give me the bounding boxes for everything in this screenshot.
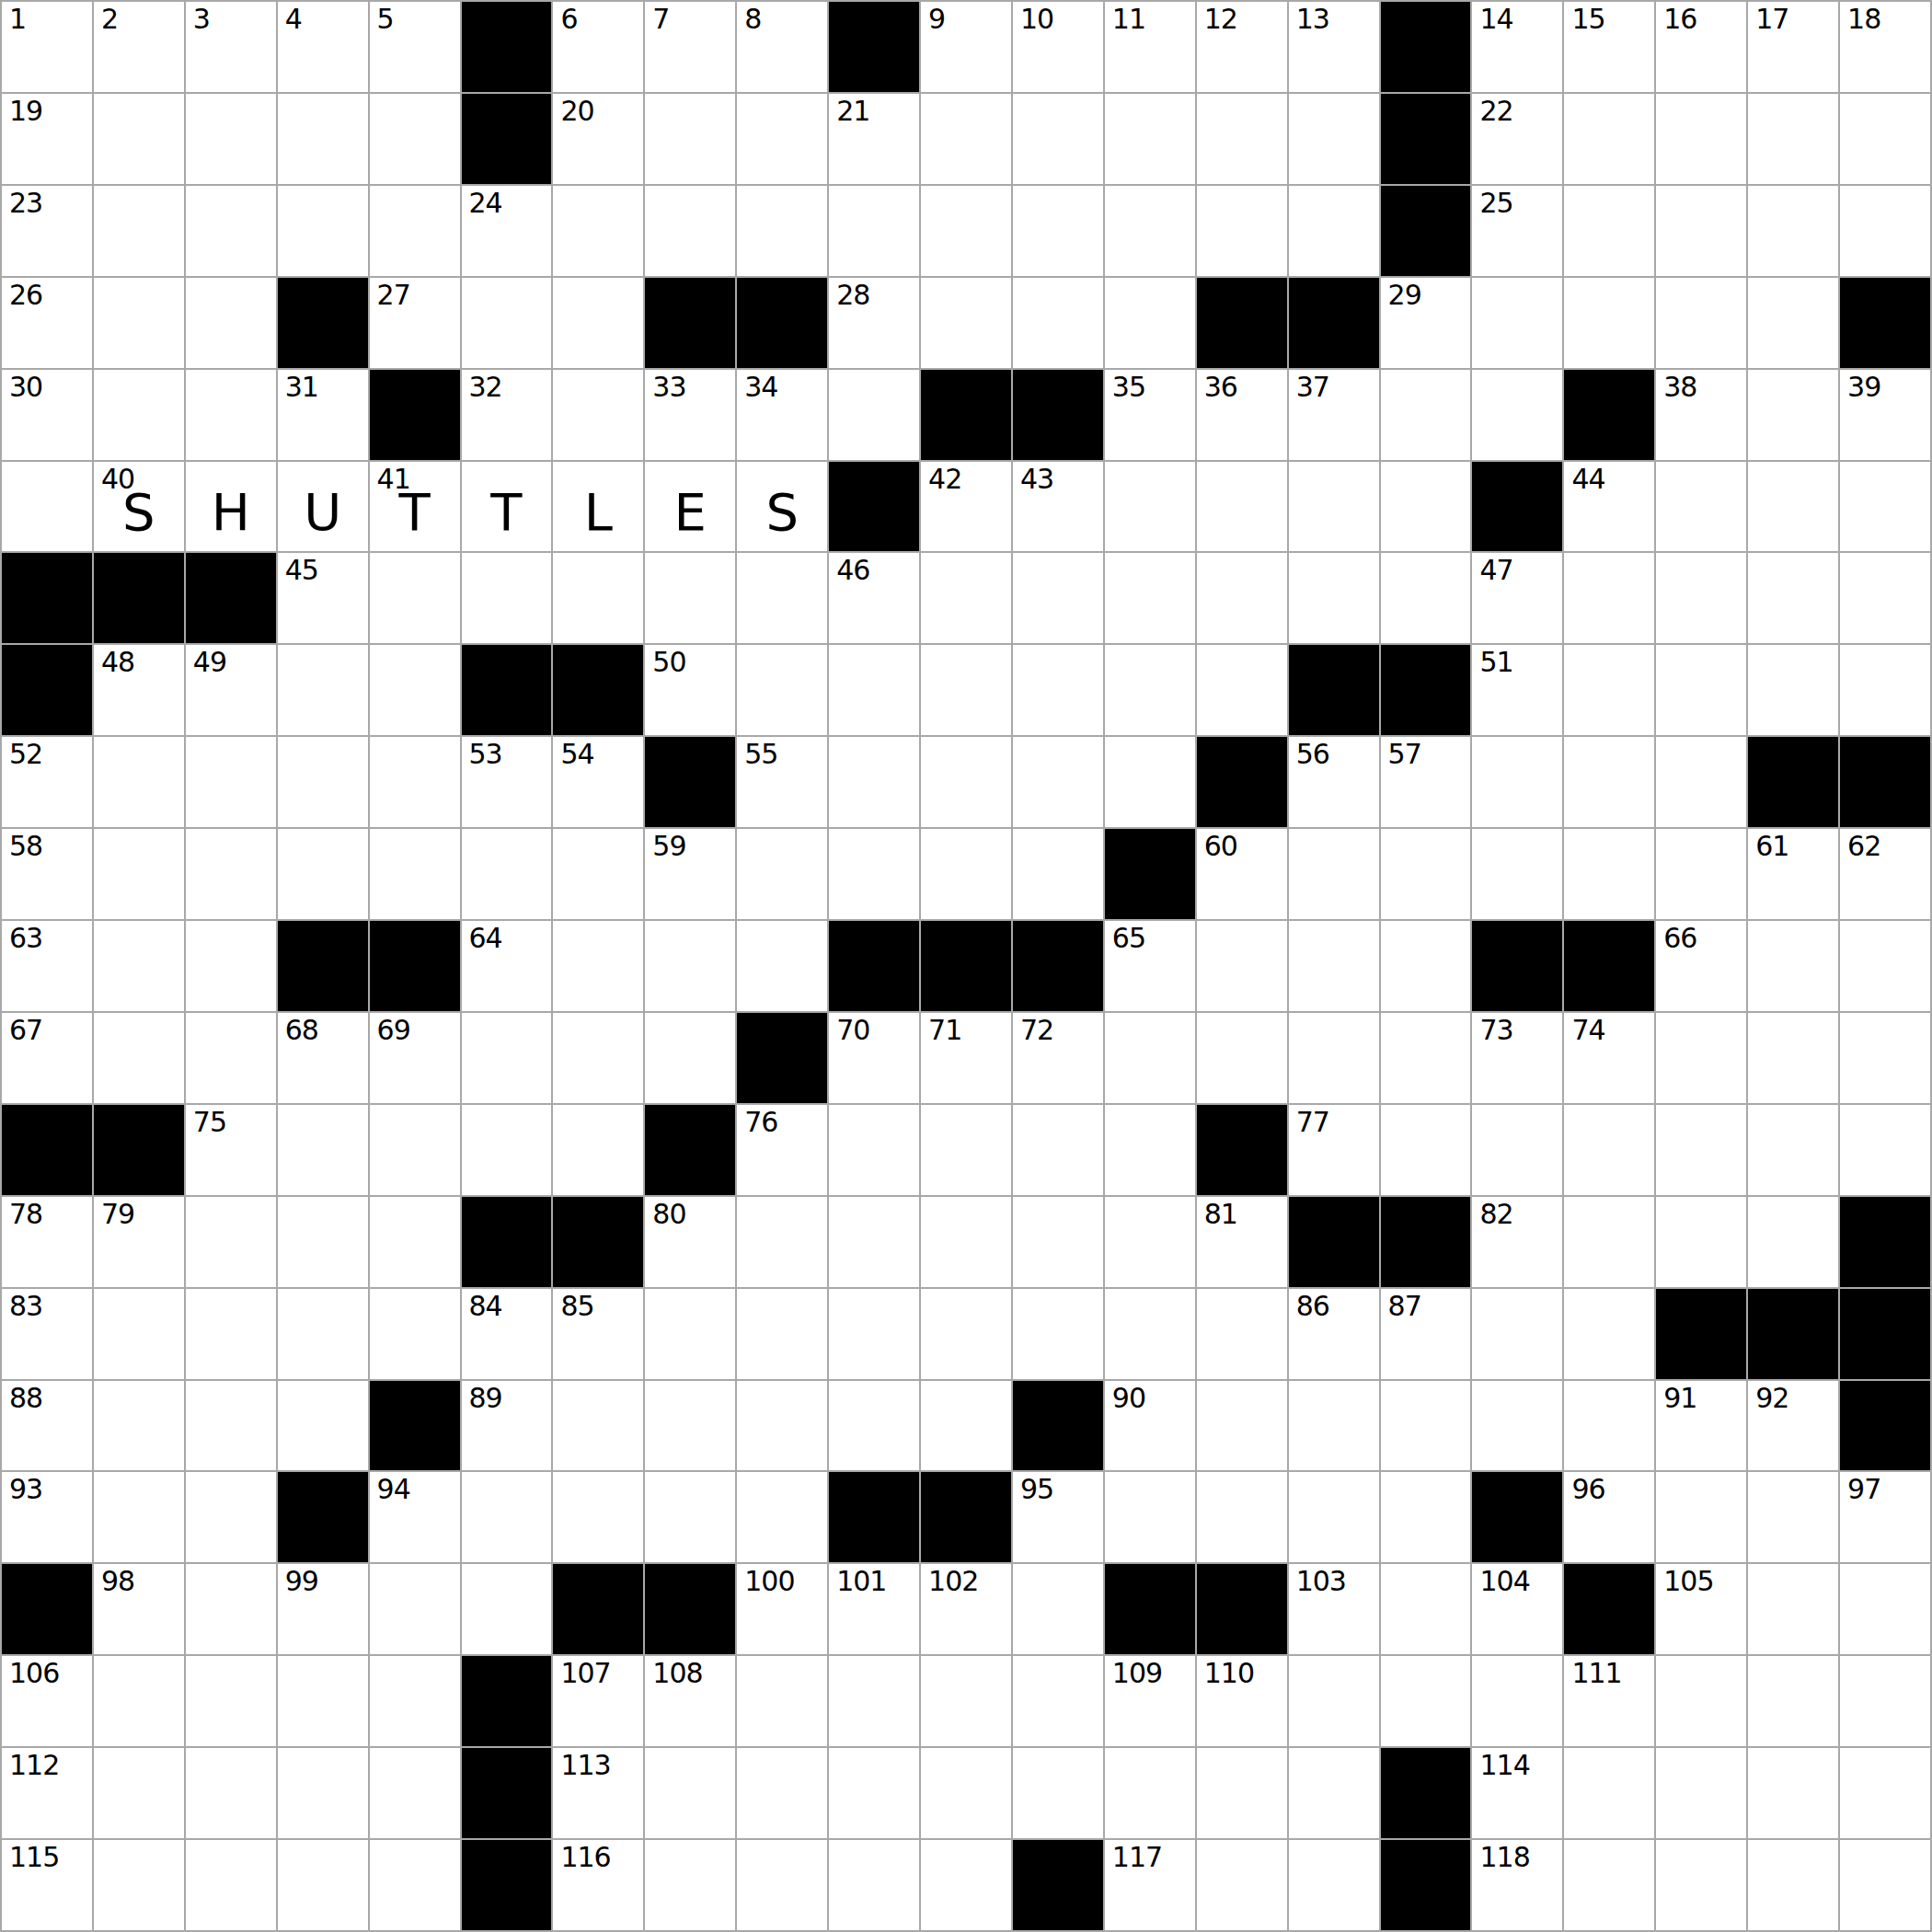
cell-r16c17[interactable]: 96	[1564, 1472, 1654, 1562]
cell-r10c14[interactable]	[1289, 921, 1379, 1011]
cell-r17c10[interactable]: 102	[921, 1564, 1011, 1654]
cell-r5c1[interactable]: 40S	[94, 462, 184, 552]
cell-r5c5[interactable]: T	[462, 462, 552, 552]
cell-r8c5[interactable]: 53	[462, 737, 552, 827]
cell-r5c7[interactable]: E	[645, 462, 735, 552]
cell-r14c7[interactable]	[645, 1289, 735, 1379]
cell-r0c13[interactable]: 12	[1197, 2, 1287, 92]
cell-r15c12[interactable]: 90	[1105, 1381, 1195, 1471]
cell-r19c2[interactable]	[186, 1748, 276, 1838]
cell-r10c7[interactable]	[645, 921, 735, 1011]
cell-r12c17[interactable]	[1564, 1105, 1654, 1195]
cell-r17c4[interactable]	[370, 1564, 460, 1654]
cell-r20c16[interactable]: 118	[1472, 1840, 1562, 1930]
cell-r12c3[interactable]	[278, 1105, 368, 1195]
cell-r19c14[interactable]	[1289, 1748, 1379, 1838]
cell-r0c17[interactable]: 15	[1564, 2, 1654, 92]
cell-r6c6[interactable]	[553, 553, 643, 643]
cell-r15c13[interactable]	[1197, 1381, 1287, 1471]
cell-r9c8[interactable]	[737, 829, 827, 919]
cell-r16c2[interactable]	[186, 1472, 276, 1562]
cell-r18c11[interactable]	[1013, 1656, 1103, 1746]
cell-r4c5[interactable]: 32	[462, 370, 552, 460]
cell-r19c3[interactable]	[278, 1748, 368, 1838]
cell-r13c8[interactable]	[737, 1197, 827, 1287]
cell-r5c6[interactable]: L	[553, 462, 643, 552]
cell-r4c1[interactable]	[94, 370, 184, 460]
cell-r5c4[interactable]: 41T	[370, 462, 460, 552]
cell-r10c2[interactable]	[186, 921, 276, 1011]
cell-r1c2[interactable]	[186, 94, 276, 184]
cell-r10c8[interactable]	[737, 921, 827, 1011]
cell-r2c20[interactable]	[1840, 186, 1930, 276]
cell-r2c13[interactable]	[1197, 186, 1287, 276]
cell-r15c9[interactable]	[829, 1381, 919, 1471]
cell-r2c3[interactable]	[278, 186, 368, 276]
cell-r6c15[interactable]	[1381, 553, 1471, 643]
cell-r20c1[interactable]	[94, 1840, 184, 1930]
cell-r7c10[interactable]	[921, 645, 1011, 735]
cell-r1c11[interactable]	[1013, 94, 1103, 184]
cell-r2c1[interactable]	[94, 186, 184, 276]
cell-r17c8[interactable]: 100	[737, 1564, 827, 1654]
cell-r17c11[interactable]	[1013, 1564, 1103, 1654]
cell-r6c10[interactable]	[921, 553, 1011, 643]
cell-r5c17[interactable]: 44	[1564, 462, 1654, 552]
cell-r3c12[interactable]	[1105, 278, 1195, 368]
cell-r18c8[interactable]	[737, 1656, 827, 1746]
cell-r15c2[interactable]	[186, 1381, 276, 1471]
cell-r4c19[interactable]	[1748, 370, 1838, 460]
cell-r0c10[interactable]: 9	[921, 2, 1011, 92]
cell-r14c3[interactable]	[278, 1289, 368, 1379]
cell-r10c12[interactable]: 65	[1105, 921, 1195, 1011]
cell-r12c6[interactable]	[553, 1105, 643, 1195]
cell-r11c3[interactable]: 68	[278, 1013, 368, 1103]
cell-r3c19[interactable]	[1748, 278, 1838, 368]
cell-r9c6[interactable]	[553, 829, 643, 919]
cell-r19c12[interactable]	[1105, 1748, 1195, 1838]
cell-r6c5[interactable]	[462, 553, 552, 643]
cell-r9c0[interactable]: 58	[2, 829, 92, 919]
cell-r9c11[interactable]	[1013, 829, 1103, 919]
cell-r2c4[interactable]	[370, 186, 460, 276]
cell-r2c18[interactable]	[1656, 186, 1746, 276]
cell-r12c12[interactable]	[1105, 1105, 1195, 1195]
cell-r1c4[interactable]	[370, 94, 460, 184]
cell-r14c8[interactable]	[737, 1289, 827, 1379]
cell-r14c6[interactable]: 85	[553, 1289, 643, 1379]
cell-r15c5[interactable]: 89	[462, 1381, 552, 1471]
cell-r16c12[interactable]	[1105, 1472, 1195, 1562]
cell-r18c10[interactable]	[921, 1656, 1011, 1746]
cell-r1c9[interactable]: 21	[829, 94, 919, 184]
cell-r20c13[interactable]	[1197, 1840, 1287, 1930]
cell-r17c19[interactable]	[1748, 1564, 1838, 1654]
cell-r6c9[interactable]: 46	[829, 553, 919, 643]
cell-r10c13[interactable]	[1197, 921, 1287, 1011]
cell-r6c3[interactable]: 45	[278, 553, 368, 643]
cell-r13c13[interactable]: 81	[1197, 1197, 1287, 1287]
cell-r2c7[interactable]	[645, 186, 735, 276]
cell-r8c18[interactable]	[1656, 737, 1746, 827]
cell-r1c0[interactable]: 19	[2, 94, 92, 184]
cell-r2c11[interactable]	[1013, 186, 1103, 276]
cell-r1c13[interactable]	[1197, 94, 1287, 184]
cell-r9c10[interactable]	[921, 829, 1011, 919]
cell-r7c7[interactable]: 50	[645, 645, 735, 735]
cell-r4c7[interactable]: 33	[645, 370, 735, 460]
cell-r7c2[interactable]: 49	[186, 645, 276, 735]
cell-r3c9[interactable]: 28	[829, 278, 919, 368]
cell-r4c6[interactable]	[553, 370, 643, 460]
cell-r4c0[interactable]: 30	[2, 370, 92, 460]
cell-r11c17[interactable]: 74	[1564, 1013, 1654, 1103]
cell-r0c8[interactable]: 8	[737, 2, 827, 92]
cell-r12c10[interactable]	[921, 1105, 1011, 1195]
cell-r15c14[interactable]	[1289, 1381, 1379, 1471]
cell-r0c7[interactable]: 7	[645, 2, 735, 92]
cell-r0c16[interactable]: 14	[1472, 2, 1562, 92]
cell-r11c12[interactable]	[1105, 1013, 1195, 1103]
cell-r14c16[interactable]	[1472, 1289, 1562, 1379]
cell-r2c10[interactable]	[921, 186, 1011, 276]
cell-r14c0[interactable]: 83	[2, 1289, 92, 1379]
cell-r16c18[interactable]	[1656, 1472, 1746, 1562]
cell-r7c4[interactable]	[370, 645, 460, 735]
cell-r16c15[interactable]	[1381, 1472, 1471, 1562]
cell-r18c9[interactable]	[829, 1656, 919, 1746]
cell-r10c6[interactable]	[553, 921, 643, 1011]
cell-r19c0[interactable]: 112	[2, 1748, 92, 1838]
cell-r12c18[interactable]	[1656, 1105, 1746, 1195]
cell-r10c15[interactable]	[1381, 921, 1471, 1011]
cell-r12c2[interactable]: 75	[186, 1105, 276, 1195]
cell-r9c4[interactable]	[370, 829, 460, 919]
cell-r12c9[interactable]	[829, 1105, 919, 1195]
cell-r1c19[interactable]	[1748, 94, 1838, 184]
cell-r11c10[interactable]: 71	[921, 1013, 1011, 1103]
cell-r2c0[interactable]: 23	[2, 186, 92, 276]
cell-r1c17[interactable]	[1564, 94, 1654, 184]
cell-r14c2[interactable]	[186, 1289, 276, 1379]
cell-r3c0[interactable]: 26	[2, 278, 92, 368]
cell-r3c4[interactable]: 27	[370, 278, 460, 368]
cell-r13c1[interactable]: 79	[94, 1197, 184, 1287]
cell-r9c16[interactable]	[1472, 829, 1562, 919]
cell-r3c10[interactable]	[921, 278, 1011, 368]
cell-r4c8[interactable]: 34	[737, 370, 827, 460]
cell-r5c12[interactable]	[1105, 462, 1195, 552]
cell-r4c18[interactable]: 38	[1656, 370, 1746, 460]
cell-r13c11[interactable]	[1013, 1197, 1103, 1287]
cell-r4c3[interactable]: 31	[278, 370, 368, 460]
cell-r5c11[interactable]: 43	[1013, 462, 1103, 552]
cell-r20c3[interactable]	[278, 1840, 368, 1930]
cell-r9c5[interactable]	[462, 829, 552, 919]
cell-r20c7[interactable]	[645, 1840, 735, 1930]
cell-r9c2[interactable]	[186, 829, 276, 919]
cell-r6c4[interactable]	[370, 553, 460, 643]
cell-r20c0[interactable]: 115	[2, 1840, 92, 1930]
cell-r12c14[interactable]: 77	[1289, 1105, 1379, 1195]
cell-r9c18[interactable]	[1656, 829, 1746, 919]
cell-r16c14[interactable]	[1289, 1472, 1379, 1562]
cell-r12c19[interactable]	[1748, 1105, 1838, 1195]
cell-r12c16[interactable]	[1472, 1105, 1562, 1195]
cell-r18c7[interactable]: 108	[645, 1656, 735, 1746]
cell-r0c19[interactable]: 17	[1748, 2, 1838, 92]
cell-r16c5[interactable]	[462, 1472, 552, 1562]
cell-r17c2[interactable]	[186, 1564, 276, 1654]
cell-r9c13[interactable]: 60	[1197, 829, 1287, 919]
cell-r12c15[interactable]	[1381, 1105, 1471, 1195]
cell-r18c18[interactable]	[1656, 1656, 1746, 1746]
cell-r17c1[interactable]: 98	[94, 1564, 184, 1654]
cell-r6c20[interactable]	[1840, 553, 1930, 643]
cell-r11c5[interactable]	[462, 1013, 552, 1103]
cell-r18c17[interactable]: 111	[1564, 1656, 1654, 1746]
cell-r13c12[interactable]	[1105, 1197, 1195, 1287]
cell-r11c4[interactable]: 69	[370, 1013, 460, 1103]
cell-r15c15[interactable]	[1381, 1381, 1471, 1471]
cell-r8c2[interactable]	[186, 737, 276, 827]
cell-r1c20[interactable]	[1840, 94, 1930, 184]
cell-r0c0[interactable]: 1	[2, 2, 92, 92]
cell-r7c1[interactable]: 48	[94, 645, 184, 735]
cell-r13c16[interactable]: 82	[1472, 1197, 1562, 1287]
cell-r8c6[interactable]: 54	[553, 737, 643, 827]
cell-r5c19[interactable]	[1748, 462, 1838, 552]
cell-r11c11[interactable]: 72	[1013, 1013, 1103, 1103]
cell-r9c14[interactable]	[1289, 829, 1379, 919]
cell-r1c3[interactable]	[278, 94, 368, 184]
cell-r1c14[interactable]	[1289, 94, 1379, 184]
cell-r14c1[interactable]	[94, 1289, 184, 1379]
cell-r6c18[interactable]	[1656, 553, 1746, 643]
cell-r13c3[interactable]	[278, 1197, 368, 1287]
cell-r15c6[interactable]	[553, 1381, 643, 1471]
cell-r3c18[interactable]	[1656, 278, 1746, 368]
cell-r20c19[interactable]	[1748, 1840, 1838, 1930]
cell-r18c20[interactable]	[1840, 1656, 1930, 1746]
cell-r18c15[interactable]	[1381, 1656, 1471, 1746]
cell-r2c14[interactable]	[1289, 186, 1379, 276]
cell-r8c11[interactable]	[1013, 737, 1103, 827]
cell-r16c11[interactable]: 95	[1013, 1472, 1103, 1562]
cell-r7c18[interactable]	[1656, 645, 1746, 735]
cell-r19c7[interactable]	[645, 1748, 735, 1838]
cell-r0c3[interactable]: 4	[278, 2, 368, 92]
cell-r8c4[interactable]	[370, 737, 460, 827]
cell-r18c14[interactable]	[1289, 1656, 1379, 1746]
cell-r16c8[interactable]	[737, 1472, 827, 1562]
cell-r16c19[interactable]	[1748, 1472, 1838, 1562]
cell-r14c15[interactable]: 87	[1381, 1289, 1471, 1379]
cell-r16c4[interactable]: 94	[370, 1472, 460, 1562]
cell-r7c13[interactable]	[1197, 645, 1287, 735]
cell-r18c3[interactable]	[278, 1656, 368, 1746]
cell-r14c14[interactable]: 86	[1289, 1289, 1379, 1379]
cell-r8c8[interactable]: 55	[737, 737, 827, 827]
cell-r5c15[interactable]	[1381, 462, 1471, 552]
cell-r19c8[interactable]	[737, 1748, 827, 1838]
cell-r7c8[interactable]	[737, 645, 827, 735]
cell-r14c4[interactable]	[370, 1289, 460, 1379]
cell-r5c20[interactable]	[1840, 462, 1930, 552]
cell-r9c7[interactable]: 59	[645, 829, 735, 919]
cell-r7c20[interactable]	[1840, 645, 1930, 735]
cell-r11c9[interactable]: 70	[829, 1013, 919, 1103]
cell-r9c15[interactable]	[1381, 829, 1471, 919]
cell-r8c10[interactable]	[921, 737, 1011, 827]
cell-r20c12[interactable]: 117	[1105, 1840, 1195, 1930]
cell-r11c2[interactable]	[186, 1013, 276, 1103]
cell-r15c1[interactable]	[94, 1381, 184, 1471]
cell-r20c17[interactable]	[1564, 1840, 1654, 1930]
cell-r13c2[interactable]	[186, 1197, 276, 1287]
cell-r12c5[interactable]	[462, 1105, 552, 1195]
cell-r19c9[interactable]	[829, 1748, 919, 1838]
cell-r11c14[interactable]	[1289, 1013, 1379, 1103]
cell-r15c18[interactable]: 91	[1656, 1381, 1746, 1471]
cell-r18c16[interactable]	[1472, 1656, 1562, 1746]
cell-r11c15[interactable]	[1381, 1013, 1471, 1103]
cell-r18c6[interactable]: 107	[553, 1656, 643, 1746]
cell-r12c11[interactable]	[1013, 1105, 1103, 1195]
cell-r17c20[interactable]	[1840, 1564, 1930, 1654]
cell-r20c14[interactable]	[1289, 1840, 1379, 1930]
cell-r14c10[interactable]	[921, 1289, 1011, 1379]
cell-r15c7[interactable]	[645, 1381, 735, 1471]
cell-r16c6[interactable]	[553, 1472, 643, 1562]
cell-r7c16[interactable]: 51	[1472, 645, 1562, 735]
cell-r13c9[interactable]	[829, 1197, 919, 1287]
cell-r17c5[interactable]	[462, 1564, 552, 1654]
cell-r2c6[interactable]	[553, 186, 643, 276]
cell-r1c1[interactable]	[94, 94, 184, 184]
cell-r5c13[interactable]	[1197, 462, 1287, 552]
cell-r7c3[interactable]	[278, 645, 368, 735]
cell-r19c1[interactable]	[94, 1748, 184, 1838]
cell-r16c7[interactable]	[645, 1472, 735, 1562]
cell-r19c18[interactable]	[1656, 1748, 1746, 1838]
cell-r18c4[interactable]	[370, 1656, 460, 1746]
cell-r18c1[interactable]	[94, 1656, 184, 1746]
cell-r9c19[interactable]: 61	[1748, 829, 1838, 919]
cell-r5c0[interactable]	[2, 462, 92, 552]
cell-r7c9[interactable]	[829, 645, 919, 735]
cell-r13c19[interactable]	[1748, 1197, 1838, 1287]
cell-r1c8[interactable]	[737, 94, 827, 184]
cell-r6c11[interactable]	[1013, 553, 1103, 643]
cell-r11c7[interactable]	[645, 1013, 735, 1103]
cell-r17c16[interactable]: 104	[1472, 1564, 1562, 1654]
cell-r11c20[interactable]	[1840, 1013, 1930, 1103]
cell-r11c18[interactable]	[1656, 1013, 1746, 1103]
cell-r6c8[interactable]	[737, 553, 827, 643]
cell-r7c17[interactable]	[1564, 645, 1654, 735]
cell-r3c1[interactable]	[94, 278, 184, 368]
cell-r20c20[interactable]	[1840, 1840, 1930, 1930]
cell-r13c17[interactable]	[1564, 1197, 1654, 1287]
cell-r0c12[interactable]: 11	[1105, 2, 1195, 92]
cell-r17c18[interactable]: 105	[1656, 1564, 1746, 1654]
cell-r8c14[interactable]: 56	[1289, 737, 1379, 827]
cell-r4c16[interactable]	[1472, 370, 1562, 460]
cell-r11c13[interactable]	[1197, 1013, 1287, 1103]
cell-r19c19[interactable]	[1748, 1748, 1838, 1838]
cell-r5c14[interactable]	[1289, 462, 1379, 552]
cell-r1c10[interactable]	[921, 94, 1011, 184]
cell-r5c10[interactable]: 42	[921, 462, 1011, 552]
cell-r15c19[interactable]: 92	[1748, 1381, 1838, 1471]
cell-r5c18[interactable]	[1656, 462, 1746, 552]
cell-r6c7[interactable]	[645, 553, 735, 643]
cell-r11c6[interactable]	[553, 1013, 643, 1103]
cell-r19c10[interactable]	[921, 1748, 1011, 1838]
cell-r4c20[interactable]: 39	[1840, 370, 1930, 460]
cell-r7c11[interactable]	[1013, 645, 1103, 735]
cell-r7c19[interactable]	[1748, 645, 1838, 735]
cell-r2c16[interactable]: 25	[1472, 186, 1562, 276]
cell-r17c14[interactable]: 103	[1289, 1564, 1379, 1654]
cell-r8c16[interactable]	[1472, 737, 1562, 827]
cell-r10c20[interactable]	[1840, 921, 1930, 1011]
cell-r13c10[interactable]	[921, 1197, 1011, 1287]
cell-r20c10[interactable]	[921, 1840, 1011, 1930]
cell-r6c17[interactable]	[1564, 553, 1654, 643]
cell-r9c1[interactable]	[94, 829, 184, 919]
cell-r7c12[interactable]	[1105, 645, 1195, 735]
cell-r0c4[interactable]: 5	[370, 2, 460, 92]
cell-r11c19[interactable]	[1748, 1013, 1838, 1103]
cell-r4c14[interactable]: 37	[1289, 370, 1379, 460]
cell-r2c5[interactable]: 24	[462, 186, 552, 276]
cell-r0c11[interactable]: 10	[1013, 2, 1103, 92]
cell-r13c18[interactable]	[1656, 1197, 1746, 1287]
cell-r19c17[interactable]	[1564, 1748, 1654, 1838]
cell-r2c19[interactable]	[1748, 186, 1838, 276]
cell-r3c5[interactable]	[462, 278, 552, 368]
cell-r4c12[interactable]: 35	[1105, 370, 1195, 460]
cell-r17c3[interactable]: 99	[278, 1564, 368, 1654]
cell-r18c12[interactable]: 109	[1105, 1656, 1195, 1746]
cell-r10c5[interactable]: 64	[462, 921, 552, 1011]
cell-r3c16[interactable]	[1472, 278, 1562, 368]
cell-r2c12[interactable]	[1105, 186, 1195, 276]
cell-r11c16[interactable]: 73	[1472, 1013, 1562, 1103]
cell-r18c0[interactable]: 106	[2, 1656, 92, 1746]
cell-r17c15[interactable]	[1381, 1564, 1471, 1654]
cell-r20c9[interactable]	[829, 1840, 919, 1930]
cell-r12c8[interactable]: 76	[737, 1105, 827, 1195]
cell-r6c14[interactable]	[1289, 553, 1379, 643]
cell-r2c8[interactable]	[737, 186, 827, 276]
cell-r0c14[interactable]: 13	[1289, 2, 1379, 92]
cell-r12c20[interactable]	[1840, 1105, 1930, 1195]
cell-r5c8[interactable]: S	[737, 462, 827, 552]
cell-r9c9[interactable]	[829, 829, 919, 919]
cell-r3c15[interactable]: 29	[1381, 278, 1471, 368]
cell-r13c4[interactable]	[370, 1197, 460, 1287]
cell-r0c6[interactable]: 6	[553, 2, 643, 92]
cell-r2c17[interactable]	[1564, 186, 1654, 276]
cell-r4c9[interactable]	[829, 370, 919, 460]
cell-r10c0[interactable]: 63	[2, 921, 92, 1011]
cell-r6c12[interactable]	[1105, 553, 1195, 643]
cell-r6c19[interactable]	[1748, 553, 1838, 643]
